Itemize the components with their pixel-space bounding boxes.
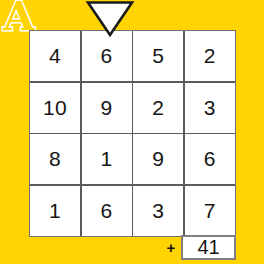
cell-r4c3[interactable]: 3	[133, 186, 183, 236]
game-board: A 4 6 5 2 10 9 2 3 8 1 9 6 1 6 3 7 + 41	[0, 0, 264, 264]
cell-r2c4[interactable]: 3	[185, 83, 235, 133]
cell-r1c4[interactable]: 2	[185, 31, 235, 81]
cell-r3c2[interactable]: 1	[82, 134, 132, 184]
cell-r4c4[interactable]: 7	[185, 186, 235, 236]
column-marker-triangle-icon[interactable]	[85, 0, 135, 38]
cell-r3c4[interactable]: 6	[185, 134, 235, 184]
cell-r4c2[interactable]: 6	[82, 186, 132, 236]
cell-r1c2[interactable]: 6	[82, 31, 132, 81]
cell-r2c1[interactable]: 10	[30, 83, 80, 133]
cell-r1c1[interactable]: 4	[30, 31, 80, 81]
plus-operator: +	[163, 237, 179, 258]
number-grid: 4 6 5 2 10 9 2 3 8 1 9 6 1 6 3 7	[29, 30, 236, 237]
cell-r2c3[interactable]: 2	[133, 83, 183, 133]
target-sum-value: 41	[197, 236, 219, 259]
cell-r1c3[interactable]: 5	[133, 31, 183, 81]
cell-r2c2[interactable]: 9	[82, 83, 132, 133]
cell-r3c1[interactable]: 8	[30, 134, 80, 184]
cell-r4c1[interactable]: 1	[30, 186, 80, 236]
cell-r3c3[interactable]: 9	[133, 134, 183, 184]
target-sum-box: 41	[181, 235, 236, 260]
